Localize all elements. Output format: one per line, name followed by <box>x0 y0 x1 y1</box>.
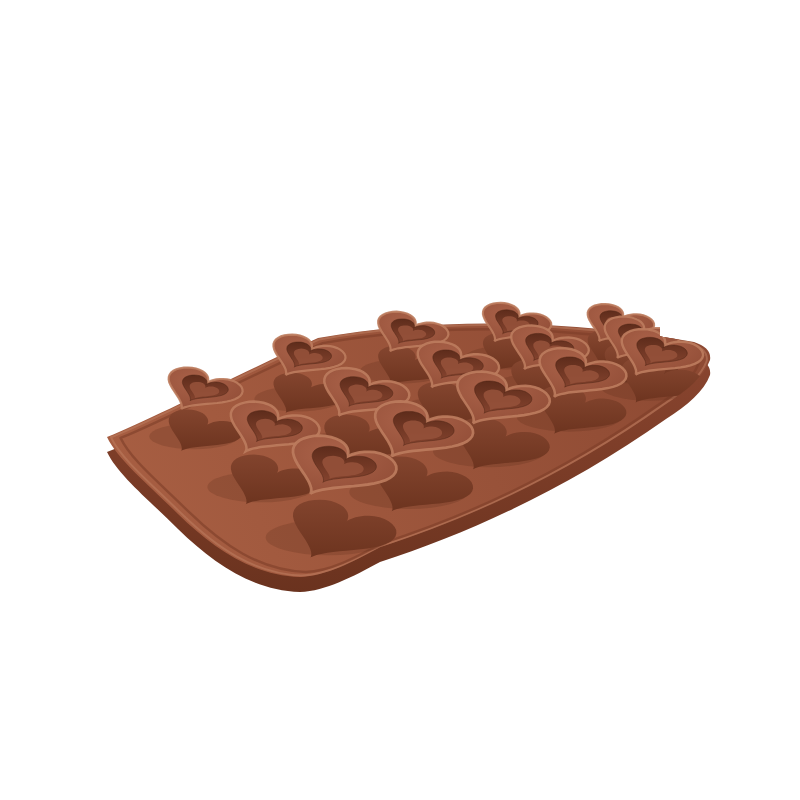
photo-stage <box>0 0 800 800</box>
product-photo <box>0 0 800 800</box>
chocolate-mold-svg <box>0 0 800 800</box>
